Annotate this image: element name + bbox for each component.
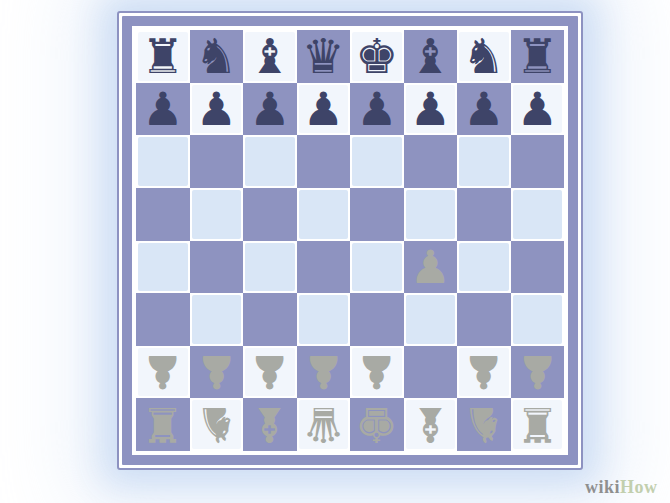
chessboard: ♜♞♝♛♚♝♞♜♟♟♟♟♟♟♟♟♟♟♟♟♟♟♟♟♜♞♝♛♚♝♞♜	[117, 11, 583, 470]
square-c3[interactable]	[243, 293, 297, 346]
black-bishop-c8[interactable]: ♝	[248, 32, 291, 80]
square-e7[interactable]: ♟	[350, 83, 404, 136]
square-c2[interactable]: ♟	[243, 346, 297, 399]
square-g8[interactable]: ♞	[457, 30, 511, 83]
white-pawn-a2[interactable]: ♟	[142, 349, 183, 395]
square-b6[interactable]	[190, 135, 244, 188]
square-a6[interactable]	[136, 135, 190, 188]
square-c8[interactable]: ♝	[243, 30, 297, 83]
light-square-tile	[138, 243, 188, 292]
square-a3[interactable]	[136, 293, 190, 346]
square-e5[interactable]	[350, 188, 404, 241]
white-bishop-c1[interactable]: ♝	[248, 401, 291, 449]
square-b8[interactable]: ♞	[190, 30, 244, 83]
black-pawn-a7[interactable]: ♟	[142, 86, 183, 132]
square-e1[interactable]: ♚	[350, 398, 404, 451]
square-d4[interactable]	[297, 241, 351, 294]
square-h4[interactable]	[511, 241, 565, 294]
black-pawn-h7[interactable]: ♟	[517, 86, 558, 132]
square-f2[interactable]	[404, 346, 458, 399]
light-square-tile	[299, 190, 349, 239]
black-pawn-g7[interactable]: ♟	[463, 86, 504, 132]
light-square-tile	[192, 295, 242, 344]
square-h2[interactable]: ♟	[511, 346, 565, 399]
board-grid: ♜♞♝♛♚♝♞♜♟♟♟♟♟♟♟♟♟♟♟♟♟♟♟♟♜♞♝♛♚♝♞♜	[136, 30, 564, 451]
black-pawn-e7[interactable]: ♟	[356, 86, 397, 132]
square-e6[interactable]	[350, 135, 404, 188]
square-d2[interactable]: ♟	[297, 346, 351, 399]
square-h8[interactable]: ♜	[511, 30, 565, 83]
square-g5[interactable]	[457, 188, 511, 241]
white-pawn-h2[interactable]: ♟	[517, 349, 558, 395]
square-e4[interactable]	[350, 241, 404, 294]
square-e8[interactable]: ♚	[350, 30, 404, 83]
light-square-tile	[406, 295, 456, 344]
watermark-wiki-text: wiki	[585, 477, 620, 497]
light-square-tile	[352, 243, 402, 292]
light-square-tile	[513, 295, 563, 344]
square-d5[interactable]	[297, 188, 351, 241]
light-square-tile	[352, 137, 402, 186]
square-c4[interactable]	[243, 241, 297, 294]
square-d3[interactable]	[297, 293, 351, 346]
black-pawn-d7[interactable]: ♟	[303, 86, 344, 132]
square-c1[interactable]: ♝	[243, 398, 297, 451]
square-g2[interactable]: ♟	[457, 346, 511, 399]
black-knight-g8[interactable]: ♞	[462, 32, 505, 80]
square-f7[interactable]: ♟	[404, 83, 458, 136]
square-e3[interactable]	[350, 293, 404, 346]
square-h1[interactable]: ♜	[511, 398, 565, 451]
square-f1[interactable]: ♝	[404, 398, 458, 451]
square-b3[interactable]	[190, 293, 244, 346]
square-a1[interactable]: ♜	[136, 398, 190, 451]
board-frame: ♜♞♝♛♚♝♞♜♟♟♟♟♟♟♟♟♟♟♟♟♟♟♟♟♜♞♝♛♚♝♞♜	[122, 16, 578, 465]
square-f6[interactable]	[404, 135, 458, 188]
white-bishop-f1[interactable]: ♝	[409, 401, 452, 449]
square-a8[interactable]: ♜	[136, 30, 190, 83]
square-f8[interactable]: ♝	[404, 30, 458, 83]
square-g7[interactable]: ♟	[457, 83, 511, 136]
square-f5[interactable]	[404, 188, 458, 241]
white-pawn-d2[interactable]: ♟	[303, 349, 344, 395]
square-g1[interactable]: ♞	[457, 398, 511, 451]
square-f4[interactable]: ♟	[404, 241, 458, 294]
square-h5[interactable]	[511, 188, 565, 241]
square-b2[interactable]: ♟	[190, 346, 244, 399]
light-square-tile	[192, 190, 242, 239]
square-f3[interactable]	[404, 293, 458, 346]
square-c5[interactable]	[243, 188, 297, 241]
light-square-tile	[513, 190, 563, 239]
white-rook-h1[interactable]: ♜	[516, 401, 559, 449]
square-a5[interactable]	[136, 188, 190, 241]
square-c6[interactable]	[243, 135, 297, 188]
black-pawn-f7[interactable]: ♟	[410, 86, 451, 132]
square-d1[interactable]: ♛	[297, 398, 351, 451]
board-inner-stripe: ♜♞♝♛♚♝♞♜♟♟♟♟♟♟♟♟♟♟♟♟♟♟♟♟♜♞♝♛♚♝♞♜	[132, 26, 568, 455]
light-square-tile	[245, 243, 295, 292]
white-knight-b1[interactable]: ♞	[195, 401, 238, 449]
square-h7[interactable]: ♟	[511, 83, 565, 136]
square-g3[interactable]	[457, 293, 511, 346]
square-b4[interactable]	[190, 241, 244, 294]
white-pawn-c2[interactable]: ♟	[249, 349, 290, 395]
light-square-tile	[245, 137, 295, 186]
square-g6[interactable]	[457, 135, 511, 188]
white-pawn-g2[interactable]: ♟	[463, 349, 504, 395]
white-king-e1[interactable]: ♚	[355, 401, 398, 449]
light-square-tile	[459, 137, 509, 186]
black-bishop-f8[interactable]: ♝	[409, 32, 452, 80]
light-square-tile	[138, 137, 188, 186]
square-d8[interactable]: ♛	[297, 30, 351, 83]
white-pawn-e2[interactable]: ♟	[356, 349, 397, 395]
white-pawn-f4[interactable]: ♟	[410, 244, 451, 290]
wikihow-watermark: wikiHow	[585, 477, 658, 497]
square-h6[interactable]	[511, 135, 565, 188]
square-b5[interactable]	[190, 188, 244, 241]
light-square-tile	[406, 190, 456, 239]
white-queen-d1[interactable]: ♛	[302, 401, 345, 449]
square-b7[interactable]: ♟	[190, 83, 244, 136]
white-pawn-b2[interactable]: ♟	[196, 349, 237, 395]
square-d6[interactable]	[297, 135, 351, 188]
black-pawn-c7[interactable]: ♟	[249, 86, 290, 132]
black-rook-h8[interactable]: ♜	[516, 32, 559, 80]
square-a4[interactable]	[136, 241, 190, 294]
black-pawn-b7[interactable]: ♟	[196, 86, 237, 132]
white-knight-g1[interactable]: ♞	[462, 401, 505, 449]
square-g4[interactable]	[457, 241, 511, 294]
square-a7[interactable]: ♟	[136, 83, 190, 136]
black-knight-b8[interactable]: ♞	[195, 32, 238, 80]
square-a2[interactable]: ♟	[136, 346, 190, 399]
square-b1[interactable]: ♞	[190, 398, 244, 451]
square-e2[interactable]: ♟	[350, 346, 404, 399]
black-rook-a8[interactable]: ♜	[141, 32, 184, 80]
square-c7[interactable]: ♟	[243, 83, 297, 136]
light-square-tile	[299, 295, 349, 344]
square-h3[interactable]	[511, 293, 565, 346]
light-square-tile	[459, 243, 509, 292]
black-king-e8[interactable]: ♚	[355, 32, 398, 80]
watermark-how-text: How	[620, 477, 658, 497]
square-d7[interactable]: ♟	[297, 83, 351, 136]
black-queen-d8[interactable]: ♛	[302, 32, 345, 80]
white-rook-a1[interactable]: ♜	[141, 401, 184, 449]
